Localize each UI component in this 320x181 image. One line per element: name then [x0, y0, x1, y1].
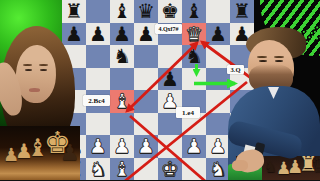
move-label-4qxf7: 4.Qxf7# — [155, 24, 182, 34]
square-a5 — [62, 68, 86, 91]
square-c8: ♝ — [110, 0, 134, 23]
square-g2: ♟ — [206, 135, 230, 158]
left-player-lips — [29, 88, 40, 92]
square-b3 — [86, 113, 110, 136]
piece-c1: ♝ — [113, 159, 131, 179]
square-b6 — [86, 45, 110, 68]
square-h4 — [230, 90, 254, 113]
piece-a2: ♟ — [65, 136, 83, 156]
square-g7: ♟ — [206, 23, 230, 46]
square-a1: ♜ — [62, 158, 86, 181]
wood-pawn-piece: ♟ — [15, 141, 33, 161]
square-b2: ♟ — [86, 135, 110, 158]
piece-c4: ♝ — [113, 91, 131, 111]
square-c2: ♟ — [110, 135, 134, 158]
piece-d7: ♟ — [137, 24, 155, 44]
square-b7: ♟ — [86, 23, 110, 46]
left-player-brow — [39, 64, 48, 66]
piece-h1: ♜ — [233, 159, 251, 179]
square-h1: ♜ — [230, 158, 254, 181]
piece-h7: ♟ — [233, 24, 251, 44]
piece-b2: ♟ — [89, 136, 107, 156]
square-e5: ♟ — [158, 68, 182, 91]
piece-e5: ♟ — [161, 69, 179, 89]
piece-g7: ♟ — [209, 24, 227, 44]
piece-c7: ♟ — [113, 24, 131, 44]
square-f6: ♞ — [182, 45, 206, 68]
square-e8: ♚ — [158, 0, 182, 23]
move-label-2bc4: 2.Bc4 — [83, 95, 110, 106]
piece-g1: ♞ — [209, 159, 227, 179]
right-player-hair — [246, 27, 306, 59]
square-g8 — [206, 0, 230, 23]
square-b8 — [86, 0, 110, 23]
square-d6 — [134, 45, 158, 68]
square-d3 — [134, 113, 158, 136]
right-player-shirt — [268, 87, 279, 99]
square-d1 — [134, 158, 158, 181]
square-c3 — [110, 113, 134, 136]
piece-c6: ♞ — [113, 46, 131, 66]
square-c4: ♝ — [110, 90, 134, 113]
wood-pawn-piece: ♟ — [3, 146, 19, 164]
right-player-beard — [249, 64, 293, 94]
left-player-brow — [23, 64, 32, 66]
square-f7: ♛ — [182, 23, 206, 46]
square-g3 — [206, 113, 230, 136]
square-c7: ♟ — [110, 23, 134, 46]
piece-b1: ♞ — [89, 159, 107, 179]
square-f5 — [182, 68, 206, 91]
square-g6 — [206, 45, 230, 68]
square-d2: ♟ — [134, 135, 158, 158]
left-player-eye — [25, 69, 32, 71]
square-d5 — [134, 68, 158, 91]
square-a8: ♜ — [62, 0, 86, 23]
wood-pawn-piece: ♟ — [287, 158, 303, 176]
green-spotlight-background — [0, 0, 62, 180]
piece-a7: ♟ — [65, 24, 83, 44]
piece-f2: ♟ — [185, 136, 203, 156]
square-e6 — [158, 45, 182, 68]
chess-thumbnail: ♜♝♛♚♝♜♟♟♟♟♛♟♟♞♞♟♝♟♟♟♟♟♟♟♟♜♞♝♚♞♜ 1.e4 2.B… — [0, 0, 320, 180]
left-player-face — [15, 44, 58, 104]
wood-pawn-piece: ♟ — [276, 160, 291, 177]
piece-c8: ♝ — [113, 1, 131, 21]
wood-dark-knight-piece: ♞ — [264, 160, 277, 175]
right-player-brow — [274, 56, 284, 58]
piece-d2: ♟ — [137, 136, 155, 156]
square-b5 — [86, 68, 110, 91]
left-player-shoulder — [0, 136, 62, 180]
black-background — [254, 0, 320, 180]
right-player-brow — [257, 56, 267, 58]
square-h3 — [230, 113, 254, 136]
square-f2: ♟ — [182, 135, 206, 158]
piece-e1: ♚ — [161, 159, 179, 179]
wood-bishop-piece: ♝ — [27, 136, 49, 160]
piece-d8: ♛ — [137, 1, 155, 21]
piece-f6: ♞ — [185, 46, 203, 66]
right-player-eye — [259, 60, 267, 62]
right-player-face — [248, 40, 294, 92]
right-player-eye — [275, 60, 283, 62]
move-label-3q: 3.Q — [227, 65, 244, 74]
square-c1: ♝ — [110, 158, 134, 181]
right-player-watch — [254, 142, 266, 156]
square-h8: ♜ — [230, 0, 254, 23]
piece-e8: ♚ — [161, 1, 179, 21]
square-e1: ♚ — [158, 158, 182, 181]
square-b1: ♞ — [86, 158, 110, 181]
green-dots-pattern — [298, 25, 320, 45]
square-c5 — [110, 68, 134, 91]
square-c6: ♞ — [110, 45, 134, 68]
piece-c2: ♟ — [113, 136, 131, 156]
wood-dark-queen-piece: ♛ — [311, 155, 320, 175]
piece-b7: ♟ — [89, 24, 107, 44]
green-striped-circle — [253, 0, 320, 63]
square-h7: ♟ — [230, 23, 254, 46]
piece-h2: ♟ — [233, 136, 251, 156]
piece-g2: ♟ — [209, 136, 227, 156]
piece-a8: ♜ — [65, 1, 83, 21]
left-player-hand — [0, 60, 26, 118]
square-g4 — [206, 90, 230, 113]
square-f1 — [182, 158, 206, 181]
square-a3 — [62, 113, 86, 136]
piece-a1: ♜ — [65, 159, 83, 179]
square-d8: ♛ — [134, 0, 158, 23]
wood-rook-piece: ♜ — [299, 154, 318, 175]
move-label-1e4: 1.e4 — [176, 107, 200, 118]
left-player-eye — [40, 69, 47, 71]
piece-f8: ♝ — [185, 1, 203, 21]
square-f8: ♝ — [182, 0, 206, 23]
square-a7: ♟ — [62, 23, 86, 46]
piece-h8: ♜ — [233, 1, 251, 21]
square-g1: ♞ — [206, 158, 230, 181]
square-h2: ♟ — [230, 135, 254, 158]
square-d4 — [134, 90, 158, 113]
square-e2 — [158, 135, 182, 158]
square-a2: ♟ — [62, 135, 86, 158]
piece-f7: ♛ — [185, 24, 203, 44]
square-a6 — [62, 45, 86, 68]
